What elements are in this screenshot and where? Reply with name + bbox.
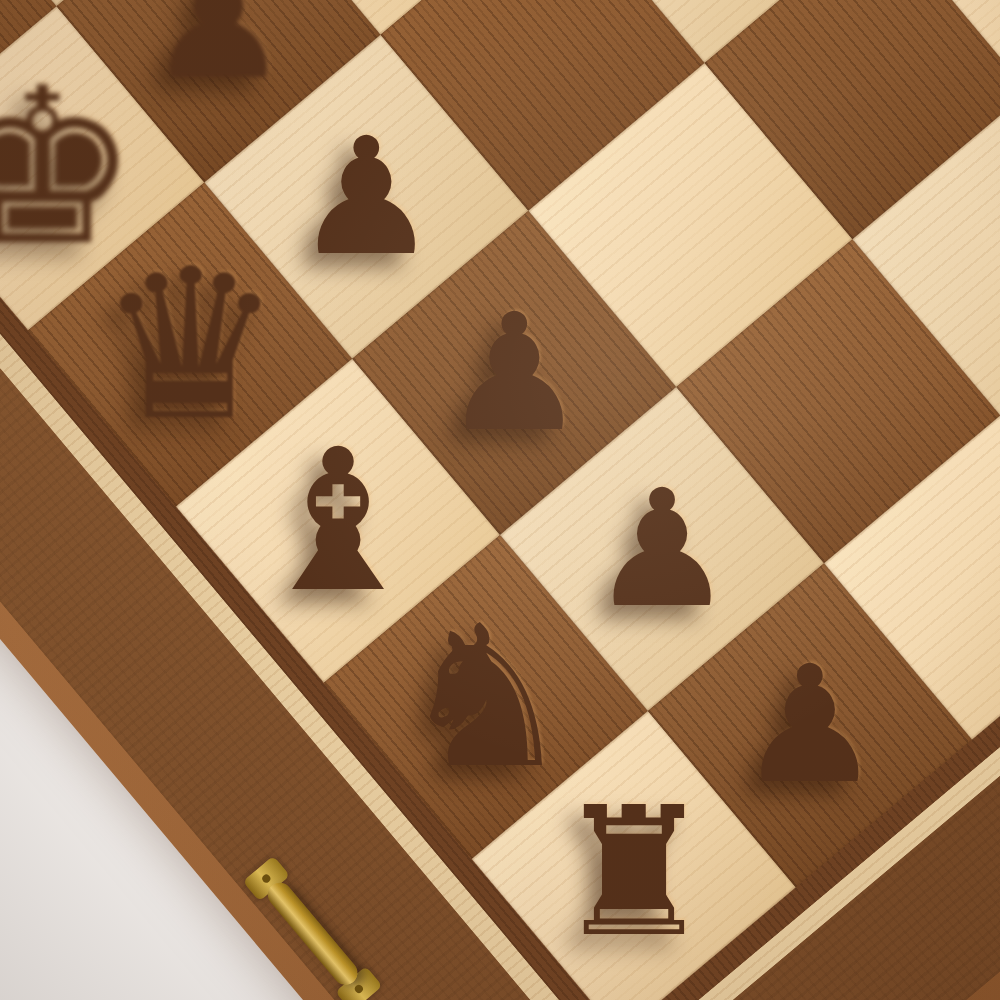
dark-king-h5: ♚ bbox=[0, 60, 139, 276]
dark-pawn-g2: ♟ bbox=[590, 468, 735, 630]
dark-pawn-g1: ♟ bbox=[737, 644, 882, 806]
dark-pawn-g3: ♟ bbox=[442, 292, 587, 454]
dark-pawn-g4: ♟ bbox=[294, 116, 439, 278]
dark-rook-h1: ♜ bbox=[554, 784, 714, 962]
photo-scene: ♜♞♝♛♚♟♟♟♟♟ bbox=[0, 0, 1000, 1000]
chess-board: ♜♞♝♛♚♟♟♟♟♟ bbox=[0, 0, 1000, 1000]
dark-pawn-g5: ♟ bbox=[146, 0, 291, 102]
